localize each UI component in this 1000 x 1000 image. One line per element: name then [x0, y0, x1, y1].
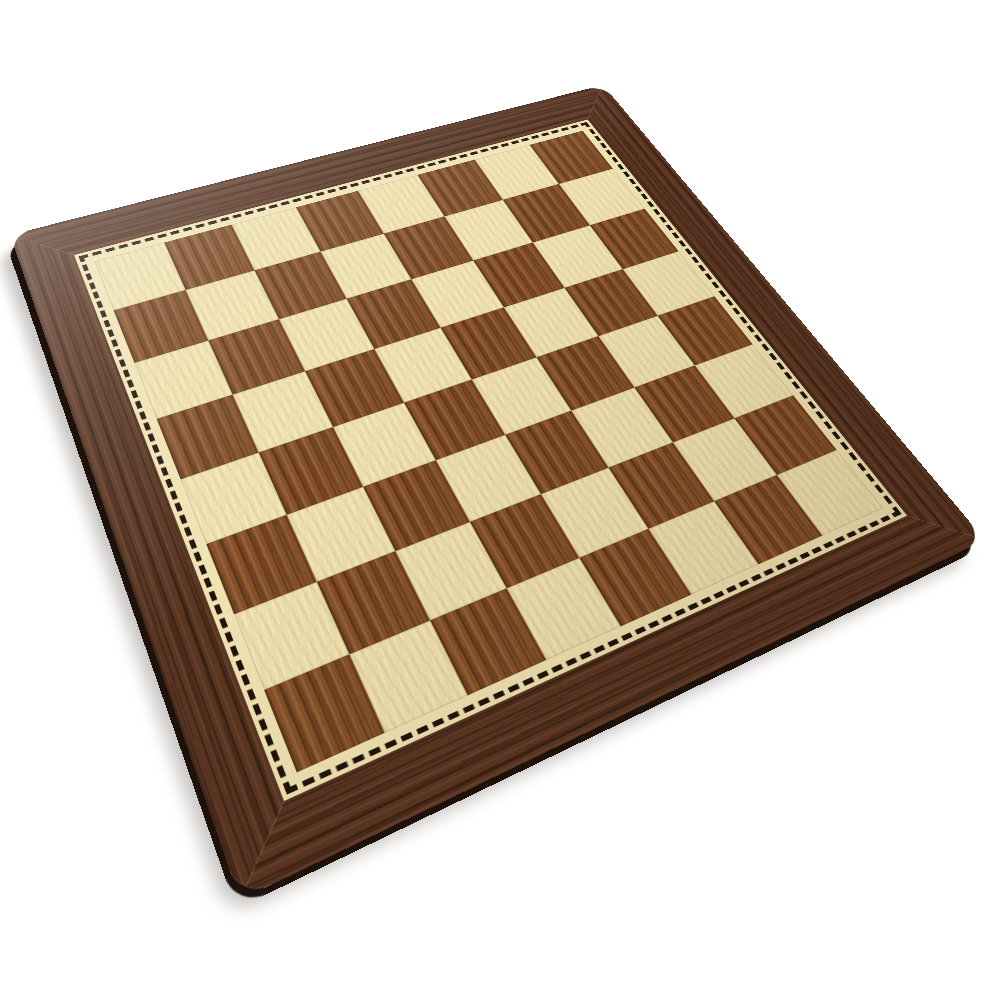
product-photo	[0, 0, 1000, 1000]
